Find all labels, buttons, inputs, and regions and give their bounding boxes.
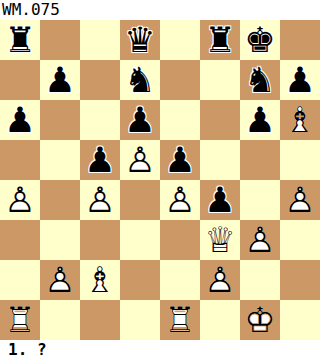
piece-white-pawn-fill: ♟ <box>120 140 160 180</box>
chess-puzzle-window: WM.075 ♜♛♜♚♟♞♞♟♟♟♟♝♗♟♟♙♟♟♙♟♙♟♙♟♟♙♛♕♟♙♟♙♝… <box>0 0 320 360</box>
square-b8[interactable] <box>40 20 80 60</box>
piece-white-queen: ♕ <box>200 220 240 260</box>
square-d5[interactable]: ♟♙ <box>120 140 160 180</box>
move-prompt: 1. ? <box>0 340 320 360</box>
piece-white-pawn: ♙ <box>240 220 280 260</box>
square-h6[interactable]: ♝♗ <box>280 100 320 140</box>
piece-white-pawn-fill: ♟ <box>160 180 200 220</box>
square-d8[interactable]: ♛ <box>120 20 160 60</box>
chess-board: ♜♛♜♚♟♞♞♟♟♟♟♝♗♟♟♙♟♟♙♟♙♟♙♟♟♙♛♕♟♙♟♙♝♗♟♙♜♖♜♖… <box>0 20 320 340</box>
square-a8[interactable]: ♜ <box>0 20 40 60</box>
piece-white-pawn: ♙ <box>0 180 40 220</box>
piece-black-pawn: ♟ <box>40 60 80 100</box>
square-e4[interactable]: ♟♙ <box>160 180 200 220</box>
square-g8[interactable]: ♚ <box>240 20 280 60</box>
piece-white-bishop-fill: ♝ <box>80 260 120 300</box>
piece-black-rook: ♜ <box>200 20 240 60</box>
square-f7[interactable] <box>200 60 240 100</box>
square-a6[interactable]: ♟ <box>0 100 40 140</box>
puzzle-title: WM.075 <box>0 0 320 20</box>
piece-white-pawn: ♙ <box>120 140 160 180</box>
piece-white-bishop-fill: ♝ <box>280 100 320 140</box>
square-c1[interactable] <box>80 300 120 340</box>
piece-white-pawn: ♙ <box>160 180 200 220</box>
piece-white-pawn-fill: ♟ <box>40 260 80 300</box>
piece-white-rook: ♖ <box>160 300 200 340</box>
square-b7[interactable]: ♟ <box>40 60 80 100</box>
piece-white-king-fill: ♚ <box>240 300 280 340</box>
square-f6[interactable] <box>200 100 240 140</box>
square-g1[interactable]: ♚♔ <box>240 300 280 340</box>
square-d4[interactable] <box>120 180 160 220</box>
square-c2[interactable]: ♝♗ <box>80 260 120 300</box>
piece-white-rook-fill: ♜ <box>0 300 40 340</box>
piece-black-pawn: ♟ <box>280 60 320 100</box>
piece-black-rook: ♜ <box>0 20 40 60</box>
piece-white-pawn: ♙ <box>200 260 240 300</box>
piece-white-pawn: ♙ <box>40 260 80 300</box>
square-d3[interactable] <box>120 220 160 260</box>
square-e3[interactable] <box>160 220 200 260</box>
piece-white-pawn-fill: ♟ <box>0 180 40 220</box>
piece-white-pawn-fill: ♟ <box>280 180 320 220</box>
square-d7[interactable]: ♞ <box>120 60 160 100</box>
square-a2[interactable] <box>0 260 40 300</box>
square-e1[interactable]: ♜♖ <box>160 300 200 340</box>
square-g7[interactable]: ♞ <box>240 60 280 100</box>
square-b5[interactable] <box>40 140 80 180</box>
square-d6[interactable]: ♟ <box>120 100 160 140</box>
piece-white-bishop: ♗ <box>280 100 320 140</box>
square-h4[interactable]: ♟♙ <box>280 180 320 220</box>
square-c3[interactable] <box>80 220 120 260</box>
square-a5[interactable] <box>0 140 40 180</box>
piece-black-knight: ♞ <box>240 60 280 100</box>
piece-white-pawn: ♙ <box>280 180 320 220</box>
square-b1[interactable] <box>40 300 80 340</box>
piece-white-pawn-fill: ♟ <box>240 220 280 260</box>
square-f8[interactable]: ♜ <box>200 20 240 60</box>
square-a7[interactable] <box>0 60 40 100</box>
square-e6[interactable] <box>160 100 200 140</box>
piece-white-bishop: ♗ <box>80 260 120 300</box>
square-g6[interactable]: ♟ <box>240 100 280 140</box>
piece-black-pawn: ♟ <box>240 100 280 140</box>
square-e8[interactable] <box>160 20 200 60</box>
piece-black-king: ♚ <box>240 20 280 60</box>
square-d1[interactable] <box>120 300 160 340</box>
square-c8[interactable] <box>80 20 120 60</box>
square-b2[interactable]: ♟♙ <box>40 260 80 300</box>
piece-black-pawn: ♟ <box>80 140 120 180</box>
square-e7[interactable] <box>160 60 200 100</box>
piece-white-rook: ♖ <box>0 300 40 340</box>
square-h2[interactable] <box>280 260 320 300</box>
square-h5[interactable] <box>280 140 320 180</box>
square-b3[interactable] <box>40 220 80 260</box>
square-g2[interactable] <box>240 260 280 300</box>
square-g4[interactable] <box>240 180 280 220</box>
square-g3[interactable]: ♟♙ <box>240 220 280 260</box>
square-d2[interactable] <box>120 260 160 300</box>
piece-black-knight: ♞ <box>120 60 160 100</box>
square-h7[interactable]: ♟ <box>280 60 320 100</box>
square-e2[interactable] <box>160 260 200 300</box>
square-f1[interactable] <box>200 300 240 340</box>
square-h8[interactable] <box>280 20 320 60</box>
square-c6[interactable] <box>80 100 120 140</box>
piece-black-pawn: ♟ <box>0 100 40 140</box>
square-f4[interactable]: ♟ <box>200 180 240 220</box>
square-h3[interactable] <box>280 220 320 260</box>
piece-black-queen: ♛ <box>120 20 160 60</box>
piece-black-pawn: ♟ <box>160 140 200 180</box>
piece-white-pawn-fill: ♟ <box>80 180 120 220</box>
square-c4[interactable]: ♟♙ <box>80 180 120 220</box>
piece-white-king: ♔ <box>240 300 280 340</box>
piece-black-pawn: ♟ <box>120 100 160 140</box>
piece-white-rook-fill: ♜ <box>160 300 200 340</box>
square-h1[interactable] <box>280 300 320 340</box>
piece-white-pawn: ♙ <box>80 180 120 220</box>
piece-white-queen-fill: ♛ <box>200 220 240 260</box>
square-a1[interactable]: ♜♖ <box>0 300 40 340</box>
square-c5[interactable]: ♟ <box>80 140 120 180</box>
piece-black-pawn: ♟ <box>200 180 240 220</box>
square-b6[interactable] <box>40 100 80 140</box>
square-e5[interactable]: ♟ <box>160 140 200 180</box>
square-b4[interactable] <box>40 180 80 220</box>
square-g5[interactable] <box>240 140 280 180</box>
square-f2[interactable]: ♟♙ <box>200 260 240 300</box>
square-a4[interactable]: ♟♙ <box>0 180 40 220</box>
square-f3[interactable]: ♛♕ <box>200 220 240 260</box>
square-c7[interactable] <box>80 60 120 100</box>
square-f5[interactable] <box>200 140 240 180</box>
piece-white-pawn-fill: ♟ <box>200 260 240 300</box>
square-a3[interactable] <box>0 220 40 260</box>
